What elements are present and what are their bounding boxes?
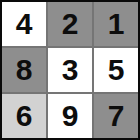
cell-r3c1[interactable]: 6 xyxy=(2,94,46,138)
cell-r1c3[interactable]: 1 xyxy=(94,2,138,46)
puzzle-board: 4 2 1 8 3 5 6 9 7 xyxy=(0,0,140,140)
cell-r1c1[interactable]: 4 xyxy=(2,2,46,46)
cell-r1c2[interactable]: 2 xyxy=(48,2,92,46)
cell-r2c2[interactable]: 3 xyxy=(48,48,92,92)
cell-r3c3[interactable]: 7 xyxy=(94,94,138,138)
cell-r3c2[interactable]: 9 xyxy=(48,94,92,138)
cell-r2c1[interactable]: 8 xyxy=(2,48,46,92)
cell-r2c3[interactable]: 5 xyxy=(94,48,138,92)
